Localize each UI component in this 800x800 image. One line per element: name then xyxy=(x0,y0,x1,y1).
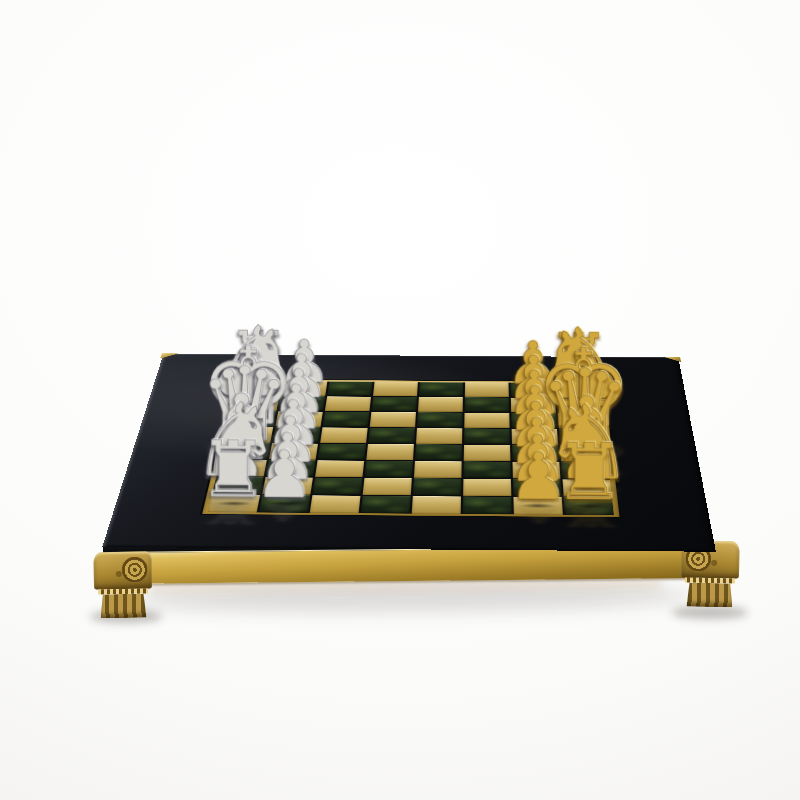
chess-board: ♜♜♟♟♟♟♜♜♞♞♟♟♟♟♞♞♝♝♟♟♟♟♝♝♚♚♟♟♟♟♚♚♛♛♟♟♟♟♛♛… xyxy=(102,354,716,552)
square-g3 xyxy=(325,396,371,411)
board-surface: ♜♜♟♟♟♟♜♜♞♞♟♟♟♟♞♞♝♝♟♟♟♟♝♝♚♚♟♟♟♟♚♚♛♛♟♟♟♟♛♛… xyxy=(102,354,716,552)
product-photo-stage: ♜♜♟♟♟♟♜♜♞♞♟♟♟♟♞♞♝♝♟♟♟♟♝♝♚♚♟♟♟♟♚♚♛♛♟♟♟♟♛♛… xyxy=(0,0,800,800)
r-glyph: ♜ xyxy=(198,429,269,508)
square-g6 xyxy=(465,397,510,412)
square-f5 xyxy=(417,412,463,427)
square-e4 xyxy=(368,428,415,444)
square-g5 xyxy=(418,397,463,412)
r-glyph: ♜ xyxy=(554,432,625,511)
square-h5 xyxy=(419,382,463,397)
square-h3 xyxy=(327,382,372,397)
square-h4 xyxy=(373,382,418,397)
square-g4 xyxy=(371,397,417,412)
square-e3 xyxy=(320,427,368,443)
square-h6 xyxy=(465,382,509,397)
square-f6 xyxy=(464,413,509,428)
square-e5 xyxy=(416,428,462,444)
square-e6 xyxy=(464,428,510,444)
square-f3 xyxy=(323,412,370,427)
square-f4 xyxy=(370,412,416,427)
scene-3d: ♜♜♟♟♟♟♜♜♞♞♟♟♟♟♞♞♝♝♟♟♟♟♝♝♚♚♟♟♟♟♚♚♛♛♟♟♟♟♛♛… xyxy=(0,0,800,800)
